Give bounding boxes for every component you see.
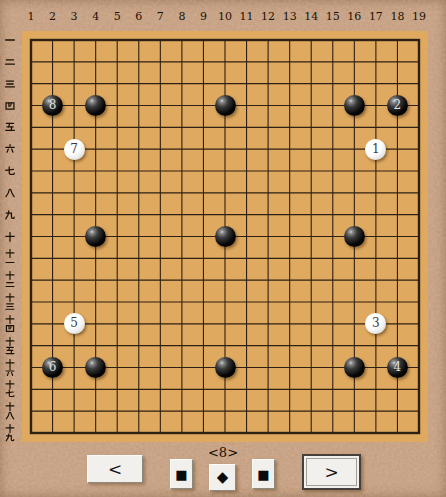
row-label-17	[5, 380, 15, 399]
black-stone-move-2: 2	[387, 95, 408, 116]
row-label-16	[5, 358, 15, 377]
black-stone	[85, 357, 106, 378]
row-label-18	[5, 402, 15, 421]
move-number-label: 2	[394, 95, 402, 116]
row-label-6	[5, 144, 16, 155]
column-label-2: 2	[49, 10, 56, 23]
column-label-9: 9	[200, 10, 207, 23]
next-move-button[interactable]: >	[302, 454, 361, 490]
column-label-15: 15	[326, 10, 340, 23]
prev-move-button[interactable]: <	[87, 455, 143, 483]
black-stone-move-6: 6	[42, 357, 63, 378]
white-stone-move-1: 1	[365, 139, 386, 160]
move-number-label: 8	[49, 95, 57, 116]
move-number-label: 5	[70, 313, 78, 334]
column-label-14: 14	[304, 10, 318, 23]
next-button-face: >	[306, 458, 357, 486]
column-label-4: 4	[92, 10, 99, 23]
go-kifu-viewer: 12345678910111213141516171819 12345678 <…	[0, 0, 446, 497]
row-label-13	[5, 293, 15, 312]
black-stone-move-4: 4	[387, 357, 408, 378]
column-label-1: 1	[28, 10, 35, 23]
move-number-label: 7	[70, 139, 78, 160]
column-label-13: 13	[283, 10, 297, 23]
move-number-label: 6	[49, 357, 57, 378]
white-stone-move-7: 7	[64, 139, 85, 160]
column-label-19: 19	[412, 10, 426, 23]
column-label-12: 12	[261, 10, 275, 23]
row-label-2	[5, 56, 16, 67]
black-stone	[344, 357, 365, 378]
row-label-12	[5, 271, 15, 290]
black-stone	[215, 226, 236, 247]
go-board[interactable]: 12345678	[22, 31, 428, 442]
row-label-9	[5, 209, 16, 220]
last-move-button[interactable]: ■	[252, 459, 275, 489]
column-label-6: 6	[135, 10, 142, 23]
row-label-11	[5, 249, 15, 268]
row-label-4	[5, 100, 16, 111]
row-label-8	[5, 187, 16, 198]
column-label-16: 16	[347, 10, 361, 23]
move-number-label: 4	[394, 357, 402, 378]
white-stone-move-5: 5	[64, 313, 85, 334]
column-label-17: 17	[369, 10, 383, 23]
row-label-3	[5, 78, 16, 89]
row-label-1	[5, 35, 16, 46]
black-stone	[85, 95, 106, 116]
row-label-14	[5, 314, 15, 333]
first-move-button[interactable]: ■	[170, 459, 193, 489]
row-label-10	[5, 231, 16, 242]
current-move-button[interactable]: ◆	[209, 464, 236, 491]
black-stone	[85, 226, 106, 247]
column-label-3: 3	[71, 10, 78, 23]
column-label-5: 5	[114, 10, 121, 23]
black-stone	[344, 95, 365, 116]
stop-icon: ■	[257, 468, 269, 481]
black-stone	[344, 226, 365, 247]
column-label-7: 7	[157, 10, 164, 23]
move-number-indicator: <8>	[196, 445, 250, 460]
black-stone	[215, 95, 236, 116]
stop-icon: ■	[175, 468, 187, 481]
column-label-10: 10	[218, 10, 232, 23]
row-label-5	[5, 122, 16, 133]
row-label-19	[5, 424, 15, 443]
row-label-7	[5, 166, 16, 177]
black-stone	[215, 357, 236, 378]
column-label-11: 11	[240, 10, 254, 23]
move-number-label: 1	[372, 139, 380, 160]
row-label-15	[5, 336, 15, 355]
column-label-8: 8	[178, 10, 185, 23]
move-number-label: 3	[372, 313, 380, 334]
black-stone-move-8: 8	[42, 95, 63, 116]
diamond-icon: ◆	[217, 470, 229, 485]
column-label-18: 18	[390, 10, 404, 23]
